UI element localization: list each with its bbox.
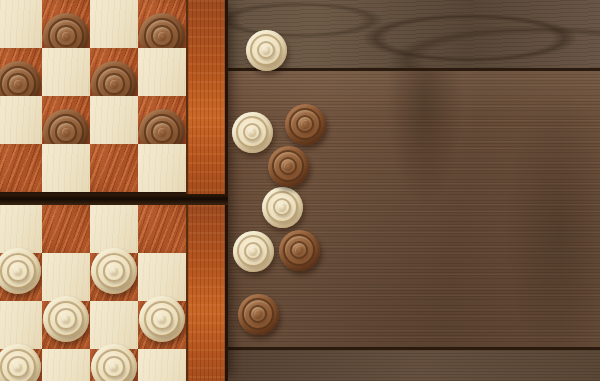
board-square-r8c2 bbox=[42, 349, 90, 381]
loose-light-checker-piece[interactable] bbox=[246, 30, 287, 71]
loose-dark-checker-piece[interactable] bbox=[268, 146, 309, 187]
loose-dark-checker-piece[interactable] bbox=[279, 230, 320, 271]
loose-light-checker-piece[interactable] bbox=[233, 231, 274, 272]
board-square-r2c3[interactable] bbox=[90, 48, 138, 96]
light-checker-piece[interactable] bbox=[91, 248, 137, 294]
board-square-r3c2[interactable] bbox=[42, 96, 90, 144]
board-square-r8c1[interactable] bbox=[0, 349, 42, 381]
board-frame-top bbox=[186, 0, 228, 194]
board-square-r6c3[interactable] bbox=[90, 253, 138, 301]
piece-carving-dot bbox=[262, 46, 269, 53]
board-square-r4c2 bbox=[42, 144, 90, 192]
board-squares-top bbox=[0, 0, 186, 194]
board-square-r2c4 bbox=[138, 48, 186, 96]
light-checker-piece[interactable] bbox=[0, 248, 41, 294]
loose-light-checker-piece[interactable] bbox=[262, 187, 303, 228]
light-checker-piece[interactable] bbox=[0, 344, 41, 381]
board-square-r6c2 bbox=[42, 253, 90, 301]
board-square-r5c1 bbox=[0, 205, 42, 253]
board-square-r7c2[interactable] bbox=[42, 301, 90, 349]
light-checker-piece[interactable] bbox=[139, 296, 185, 342]
piece-carving-dot bbox=[254, 310, 261, 317]
board-square-r1c4[interactable] bbox=[138, 0, 186, 48]
board-square-r4c1[interactable] bbox=[0, 144, 42, 192]
board-square-r6c1[interactable] bbox=[0, 253, 42, 301]
board-fold-seam bbox=[0, 194, 228, 205]
board-square-r4c4 bbox=[138, 144, 186, 192]
piece-carving-dot bbox=[284, 162, 291, 169]
board-square-r5c3 bbox=[90, 205, 138, 253]
board-square-r6c4 bbox=[138, 253, 186, 301]
board-frame-bottom bbox=[186, 205, 228, 381]
board-square-r7c1 bbox=[0, 301, 42, 349]
loose-light-checker-piece[interactable] bbox=[232, 112, 273, 153]
piece-carving-dot bbox=[249, 247, 256, 254]
checkers-board bbox=[0, 0, 228, 381]
board-square-r7c3 bbox=[90, 301, 138, 349]
board-square-r8c4 bbox=[138, 349, 186, 381]
board-square-r8c3[interactable] bbox=[90, 349, 138, 381]
piece-carving-dot bbox=[295, 246, 302, 253]
piece-carving-dot bbox=[248, 128, 255, 135]
board-square-r3c4[interactable] bbox=[138, 96, 186, 144]
board-square-r5c4[interactable] bbox=[138, 205, 186, 253]
board-square-r2c2 bbox=[42, 48, 90, 96]
board-square-r1c3 bbox=[90, 0, 138, 48]
board-square-r1c1 bbox=[0, 0, 42, 48]
light-checker-piece[interactable] bbox=[43, 296, 89, 342]
board-half-top bbox=[0, 0, 228, 194]
loose-dark-checker-piece[interactable] bbox=[238, 294, 279, 335]
piece-carving-dot bbox=[301, 120, 308, 127]
checkers-photo-scene bbox=[0, 0, 600, 381]
board-square-r7c4[interactable] bbox=[138, 301, 186, 349]
light-checker-piece[interactable] bbox=[91, 344, 137, 381]
board-square-r3c1 bbox=[0, 96, 42, 144]
piece-carving-dot bbox=[278, 203, 285, 210]
board-square-r2c1[interactable] bbox=[0, 48, 42, 96]
board-squares-bottom bbox=[0, 205, 186, 381]
board-half-bottom bbox=[0, 205, 228, 381]
board-square-r5c2[interactable] bbox=[42, 205, 90, 253]
board-square-r4c3[interactable] bbox=[90, 144, 138, 192]
loose-dark-checker-piece[interactable] bbox=[285, 104, 326, 145]
board-square-r3c3 bbox=[90, 96, 138, 144]
board-square-r1c2[interactable] bbox=[42, 0, 90, 48]
